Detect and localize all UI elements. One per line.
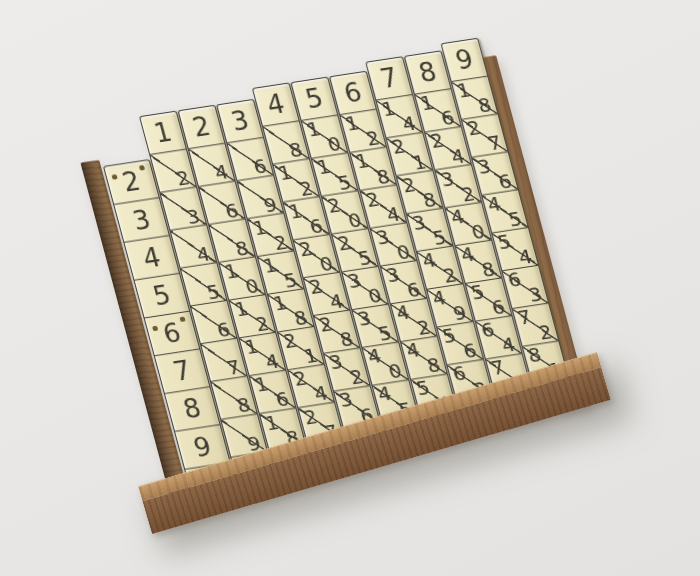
digit: 6 [478,317,497,342]
digit: 3 [438,166,457,191]
digit: 9 [442,39,487,81]
digit: 8 [525,343,544,368]
digit: 6 [450,361,469,386]
digit: 1 [222,258,241,283]
digit: 5 [468,280,487,305]
digit: 5 [414,376,433,401]
digit: 1 [232,296,251,321]
digit: 1 [454,78,473,103]
rod-9-x6: 54 [492,227,538,270]
digit: 3 [475,153,494,178]
digit: 6 [505,267,524,292]
digit: 2 [335,230,354,255]
digit: 1 [242,334,261,359]
index-cell-4: 4 [124,235,179,280]
digit: 3 [337,387,356,412]
digit: 1 [353,149,372,174]
digit: 5 [495,229,514,254]
digit: 2 [291,366,310,391]
digit: 2 [301,404,320,429]
digit: 3 [383,262,402,287]
digit: 1 [286,198,305,223]
rod-9-header: 9 [442,39,487,81]
digit: 1 [343,111,362,136]
digit: 1 [314,154,333,179]
digit: 4 [365,344,384,369]
digit: 2 [465,116,484,141]
digit: 2 [363,186,382,211]
digit: 7 [489,355,508,380]
digit: 2 [389,134,408,159]
rod-9-x7: 63 [502,265,548,308]
photo-background: 2345678912345678924681012141618369121518… [0,0,700,576]
digit: 3 [409,210,428,235]
digit: 2 [428,128,447,153]
digit: 2 [316,312,335,337]
digit: 1 [276,160,295,185]
digit: 1 [304,117,323,142]
rod-9-x5: 45 [482,189,528,232]
index-cell-8: 8 [165,386,220,431]
digit: 3 [327,349,346,374]
digit: 4 [458,242,477,267]
digit: 1 [252,372,271,397]
index-cell-5: 5 [134,273,189,318]
rod-9-x4: 36 [472,151,518,194]
digit: 1 [271,290,290,315]
digit: 4 [420,248,439,273]
digit: 4 [448,204,467,229]
digit: 4 [430,285,449,310]
digit: 2 [296,236,315,261]
rod-9-x3: 27 [462,114,508,157]
digit: 3 [373,224,392,249]
digit: 1 [418,90,437,115]
rod-9-x8: 72 [513,303,559,346]
digit: 1 [260,253,279,278]
digit: 1 [379,96,398,121]
digit: 1 [262,410,281,435]
digit: 4 [404,338,423,363]
digit: 1 [250,215,269,240]
digit: 4 [485,191,504,216]
index-cell-3: 3 [114,197,169,242]
digit: 4 [375,381,394,406]
index-cell-6: 6 [145,311,200,356]
digit: 3 [355,306,374,331]
digit: 2 [325,192,344,217]
digit: 7 [515,305,534,330]
digit: 2 [281,328,300,353]
digit: 3 [345,268,364,293]
digit: 5 [440,323,459,348]
digit: 2 [399,172,418,197]
digit: 4 [394,300,413,325]
index-cell-7: 7 [155,349,210,394]
digit: 2 [306,274,325,299]
rod-9-x2: 18 [452,76,498,119]
